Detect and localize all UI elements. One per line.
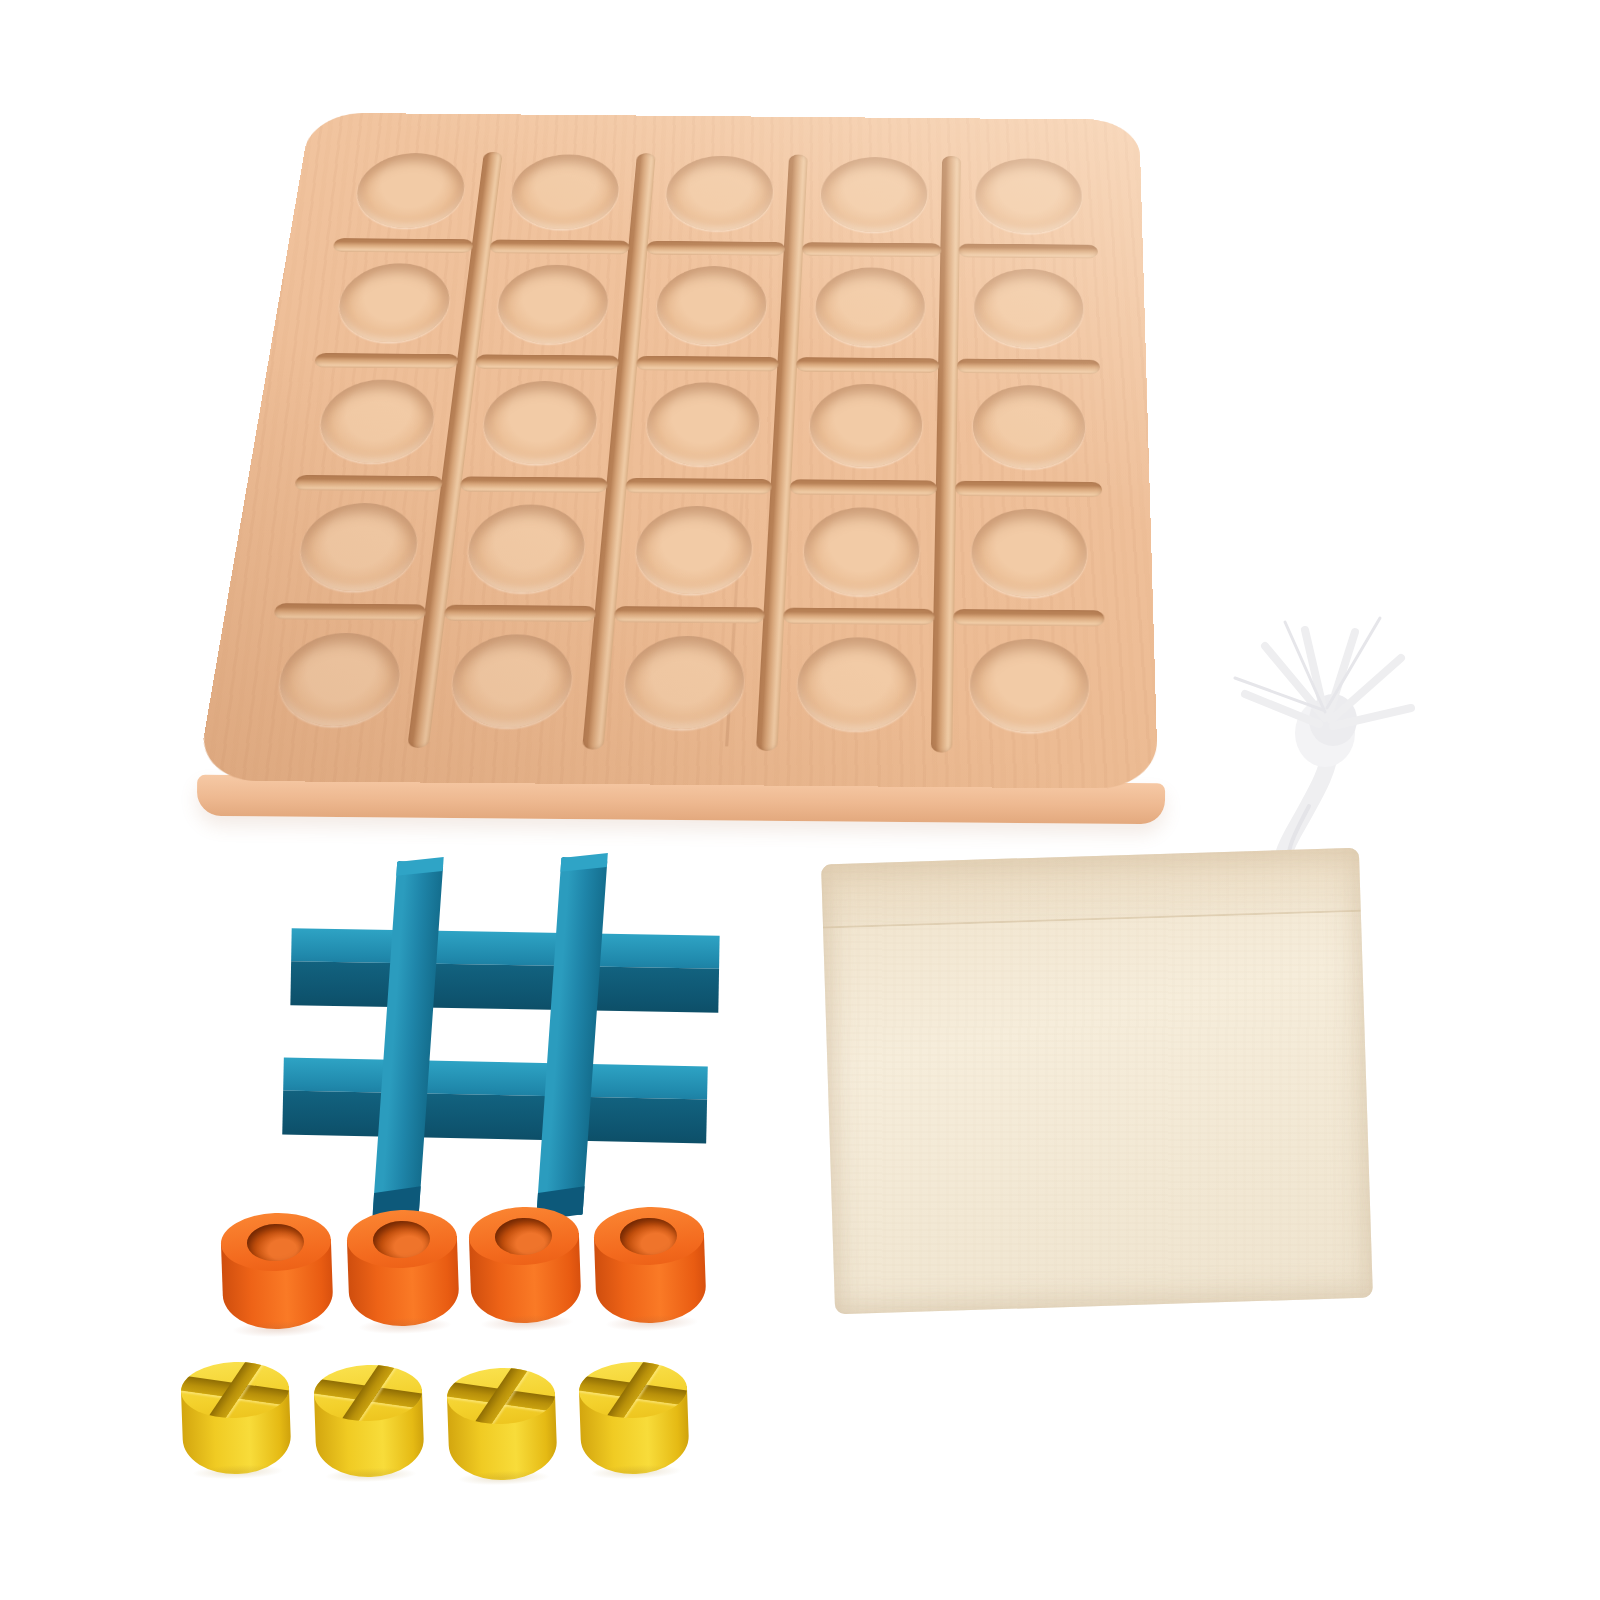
board-recess bbox=[295, 502, 423, 591]
board-cell-r3c4[interactable] bbox=[799, 377, 931, 475]
board-cell-r1c4[interactable] bbox=[811, 151, 936, 239]
board-cell-r2c4[interactable] bbox=[805, 261, 934, 354]
board-recess bbox=[819, 157, 928, 233]
board-cell-r2c2[interactable] bbox=[485, 258, 620, 351]
board-groove-horizontal bbox=[443, 604, 596, 621]
board-cell-r3c1[interactable] bbox=[305, 373, 448, 471]
board-cell-r4c3[interactable] bbox=[623, 498, 763, 601]
o-piece-hole bbox=[619, 1217, 677, 1256]
stage bbox=[0, 0, 1600, 1600]
board-groove-horizontal bbox=[273, 603, 426, 620]
board-recess bbox=[352, 153, 469, 229]
board-recess bbox=[808, 384, 923, 468]
hashtag-bar-vertical-1 bbox=[373, 861, 443, 1215]
storage-bag bbox=[821, 848, 1373, 1315]
board-recess bbox=[508, 154, 622, 230]
board-recess bbox=[814, 267, 926, 347]
board-groove-horizontal bbox=[646, 241, 786, 256]
board-cell-r4c4[interactable] bbox=[793, 500, 929, 603]
o-piece-4[interactable] bbox=[593, 1205, 707, 1327]
board-groove-horizontal bbox=[459, 476, 607, 493]
board-groove-horizontal bbox=[314, 353, 459, 369]
board-cell-r4c1[interactable] bbox=[285, 495, 432, 598]
board-cell-r2c5[interactable] bbox=[965, 262, 1092, 355]
o-piece-1[interactable] bbox=[220, 1211, 334, 1333]
board-recess bbox=[972, 385, 1085, 469]
o-piece-3[interactable] bbox=[468, 1205, 582, 1327]
board-groove-horizontal bbox=[959, 244, 1098, 259]
board-groove-horizontal bbox=[613, 606, 765, 623]
board-recess bbox=[802, 507, 920, 596]
board-recess bbox=[315, 380, 439, 464]
hashtag-bar-front-face bbox=[282, 1091, 707, 1144]
o-piece-hole bbox=[494, 1217, 552, 1256]
board-recess bbox=[464, 504, 589, 593]
board-recess bbox=[795, 637, 917, 731]
board-groove-horizontal bbox=[790, 479, 937, 496]
board-cell-r1c1[interactable] bbox=[343, 147, 478, 235]
board-recess bbox=[494, 265, 612, 345]
o-piece-hole bbox=[372, 1220, 430, 1259]
x-piece-3[interactable] bbox=[446, 1366, 558, 1482]
board-recess bbox=[334, 263, 454, 343]
board-recess bbox=[973, 269, 1083, 349]
board-recess bbox=[663, 155, 774, 231]
hashtag-bar-horizontal-2 bbox=[282, 1058, 708, 1144]
board-cell-r4c5[interactable] bbox=[962, 501, 1096, 604]
board-cell-r5c1[interactable] bbox=[263, 625, 415, 734]
board-cell-r2c1[interactable] bbox=[325, 257, 464, 350]
hashtag-bar-front-face bbox=[290, 961, 719, 1012]
board-groove-horizontal bbox=[489, 240, 630, 255]
board-recess bbox=[274, 632, 406, 726]
x-piece-4[interactable] bbox=[578, 1360, 690, 1476]
board-recess bbox=[971, 508, 1087, 597]
board-cell-r1c5[interactable] bbox=[967, 152, 1090, 240]
o-piece-2[interactable] bbox=[346, 1208, 460, 1330]
tassel-rays bbox=[1245, 630, 1411, 726]
board-groove-horizontal bbox=[957, 359, 1100, 375]
board-recess bbox=[621, 635, 746, 729]
hashtag-bar-vertical-2 bbox=[537, 857, 608, 1215]
x-piece-1[interactable] bbox=[180, 1360, 292, 1476]
board-cell-r3c3[interactable] bbox=[635, 376, 771, 474]
board-cell-r3c5[interactable] bbox=[964, 378, 1094, 476]
hashtag-bar-horizontal-1 bbox=[290, 928, 719, 1012]
board-recess bbox=[975, 158, 1082, 234]
board-recess bbox=[654, 266, 769, 346]
board-recess bbox=[644, 382, 762, 466]
board-groove-horizontal bbox=[625, 478, 773, 495]
board-cell-r4c2[interactable] bbox=[454, 497, 597, 600]
board-cell-r5c2[interactable] bbox=[438, 626, 586, 735]
x-piece-2[interactable] bbox=[313, 1363, 425, 1479]
o-piece-hole bbox=[246, 1223, 304, 1262]
board-cell-r5c3[interactable] bbox=[612, 628, 756, 737]
board-recess bbox=[479, 381, 600, 465]
board-groove-horizontal bbox=[783, 607, 935, 624]
board-cell-r3c2[interactable] bbox=[470, 374, 609, 472]
board-groove-horizontal bbox=[635, 356, 779, 372]
board-cell-r2c3[interactable] bbox=[645, 260, 777, 353]
board-recess bbox=[633, 505, 754, 594]
board-groove-horizontal bbox=[332, 238, 473, 253]
board-recess bbox=[447, 634, 576, 728]
board-groove-horizontal bbox=[475, 355, 619, 371]
board-groove-horizontal bbox=[802, 242, 941, 257]
board-groove-horizontal bbox=[955, 480, 1102, 497]
board-cell-r5c5[interactable] bbox=[960, 631, 1098, 740]
board-groove-horizontal bbox=[796, 357, 939, 373]
game-board bbox=[196, 113, 1158, 789]
board-groove-horizontal bbox=[294, 475, 443, 492]
board-cell-r1c3[interactable] bbox=[655, 149, 783, 237]
board-recess bbox=[969, 638, 1089, 732]
board-cell-r1c2[interactable] bbox=[499, 148, 630, 236]
board-groove-horizontal bbox=[953, 609, 1104, 626]
board-cell-r5c4[interactable] bbox=[786, 629, 926, 738]
hashtag-grid-piece[interactable] bbox=[283, 850, 743, 1225]
